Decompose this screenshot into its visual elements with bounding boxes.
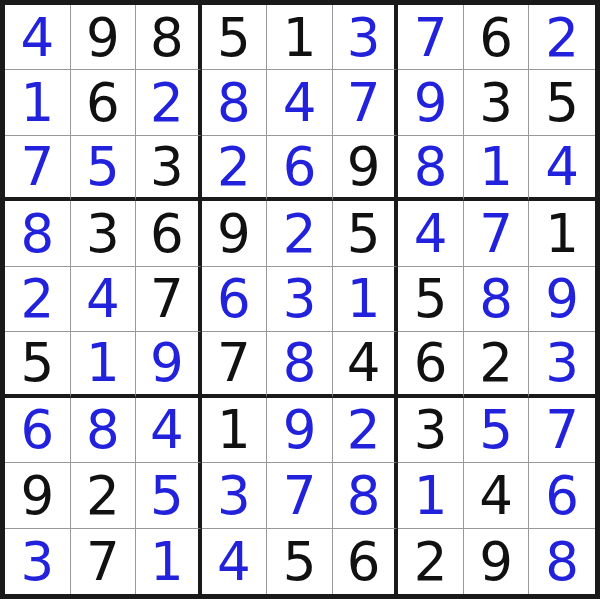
cell-r3c5[interactable]: 6 [267,136,333,201]
cell-r9c6[interactable]: 6 [333,529,399,594]
cell-r9c5[interactable]: 5 [267,529,333,594]
cell-r3c8[interactable]: 1 [464,136,530,201]
cell-r2c9[interactable]: 5 [529,70,595,135]
cell-r3c7[interactable]: 8 [398,136,464,201]
cell-r9c7[interactable]: 2 [398,529,464,594]
cell-r8c2[interactable]: 2 [71,463,137,528]
cell-r6c5[interactable]: 8 [267,332,333,397]
cell-r2c1[interactable]: 1 [5,70,71,135]
cell-r6c4[interactable]: 7 [202,332,268,397]
cell-r8c5[interactable]: 7 [267,463,333,528]
cell-r3c4[interactable]: 2 [202,136,268,201]
cell-r7c2[interactable]: 8 [71,398,137,463]
cell-r1c9[interactable]: 2 [529,5,595,70]
cell-r4c9[interactable]: 1 [529,201,595,266]
cell-r1c8[interactable]: 6 [464,5,530,70]
cell-r9c3[interactable]: 1 [136,529,202,594]
cell-r4c2[interactable]: 3 [71,201,137,266]
cell-r2c2[interactable]: 6 [71,70,137,135]
cell-r6c8[interactable]: 2 [464,332,530,397]
cell-r4c3[interactable]: 6 [136,201,202,266]
cell-r7c6[interactable]: 2 [333,398,399,463]
cell-r7c3[interactable]: 4 [136,398,202,463]
cell-r2c5[interactable]: 4 [267,70,333,135]
cell-r6c2[interactable]: 1 [71,332,137,397]
cell-r6c7[interactable]: 6 [398,332,464,397]
cell-r5c5[interactable]: 3 [267,267,333,332]
cell-r9c1[interactable]: 3 [5,529,71,594]
cell-r8c4[interactable]: 3 [202,463,268,528]
cell-r4c7[interactable]: 4 [398,201,464,266]
cell-r6c6[interactable]: 4 [333,332,399,397]
cell-r5c3[interactable]: 7 [136,267,202,332]
cell-r8c6[interactable]: 8 [333,463,399,528]
cell-r9c8[interactable]: 9 [464,529,530,594]
cell-r1c3[interactable]: 8 [136,5,202,70]
cell-r6c1[interactable]: 5 [5,332,71,397]
cell-r7c7[interactable]: 3 [398,398,464,463]
cell-r2c7[interactable]: 9 [398,70,464,135]
cell-r2c6[interactable]: 7 [333,70,399,135]
cell-r8c8[interactable]: 4 [464,463,530,528]
cell-r3c3[interactable]: 3 [136,136,202,201]
cell-r9c2[interactable]: 7 [71,529,137,594]
cell-r3c6[interactable]: 9 [333,136,399,201]
cell-r7c8[interactable]: 5 [464,398,530,463]
cell-r4c4[interactable]: 9 [202,201,268,266]
cell-r4c5[interactable]: 2 [267,201,333,266]
cell-r8c9[interactable]: 6 [529,463,595,528]
cell-r5c2[interactable]: 4 [71,267,137,332]
cell-r1c2[interactable]: 9 [71,5,137,70]
cell-r3c1[interactable]: 7 [5,136,71,201]
cell-r7c4[interactable]: 1 [202,398,268,463]
cell-r1c1[interactable]: 4 [5,5,71,70]
cell-r2c8[interactable]: 3 [464,70,530,135]
cell-r4c6[interactable]: 5 [333,201,399,266]
cell-r4c1[interactable]: 8 [5,201,71,266]
cell-r2c4[interactable]: 8 [202,70,268,135]
cell-r5c9[interactable]: 9 [529,267,595,332]
cell-r1c5[interactable]: 1 [267,5,333,70]
cell-r8c3[interactable]: 5 [136,463,202,528]
cell-r1c7[interactable]: 7 [398,5,464,70]
cell-r2c3[interactable]: 2 [136,70,202,135]
cell-r5c6[interactable]: 1 [333,267,399,332]
cell-r7c9[interactable]: 7 [529,398,595,463]
cell-r1c4[interactable]: 5 [202,5,268,70]
cell-r5c4[interactable]: 6 [202,267,268,332]
cell-r4c8[interactable]: 7 [464,201,530,266]
cell-r7c5[interactable]: 9 [267,398,333,463]
cell-r1c6[interactable]: 3 [333,5,399,70]
cell-r8c7[interactable]: 1 [398,463,464,528]
cell-r9c9[interactable]: 8 [529,529,595,594]
sudoku-board: 4985137621628479357532698148369254712476… [0,0,600,599]
cell-r3c9[interactable]: 4 [529,136,595,201]
cell-r9c4[interactable]: 4 [202,529,268,594]
cell-r8c1[interactable]: 9 [5,463,71,528]
cell-r5c7[interactable]: 5 [398,267,464,332]
cell-r5c1[interactable]: 2 [5,267,71,332]
cell-r6c3[interactable]: 9 [136,332,202,397]
cell-r3c2[interactable]: 5 [71,136,137,201]
cell-r6c9[interactable]: 3 [529,332,595,397]
cell-r7c1[interactable]: 6 [5,398,71,463]
cell-r5c8[interactable]: 8 [464,267,530,332]
